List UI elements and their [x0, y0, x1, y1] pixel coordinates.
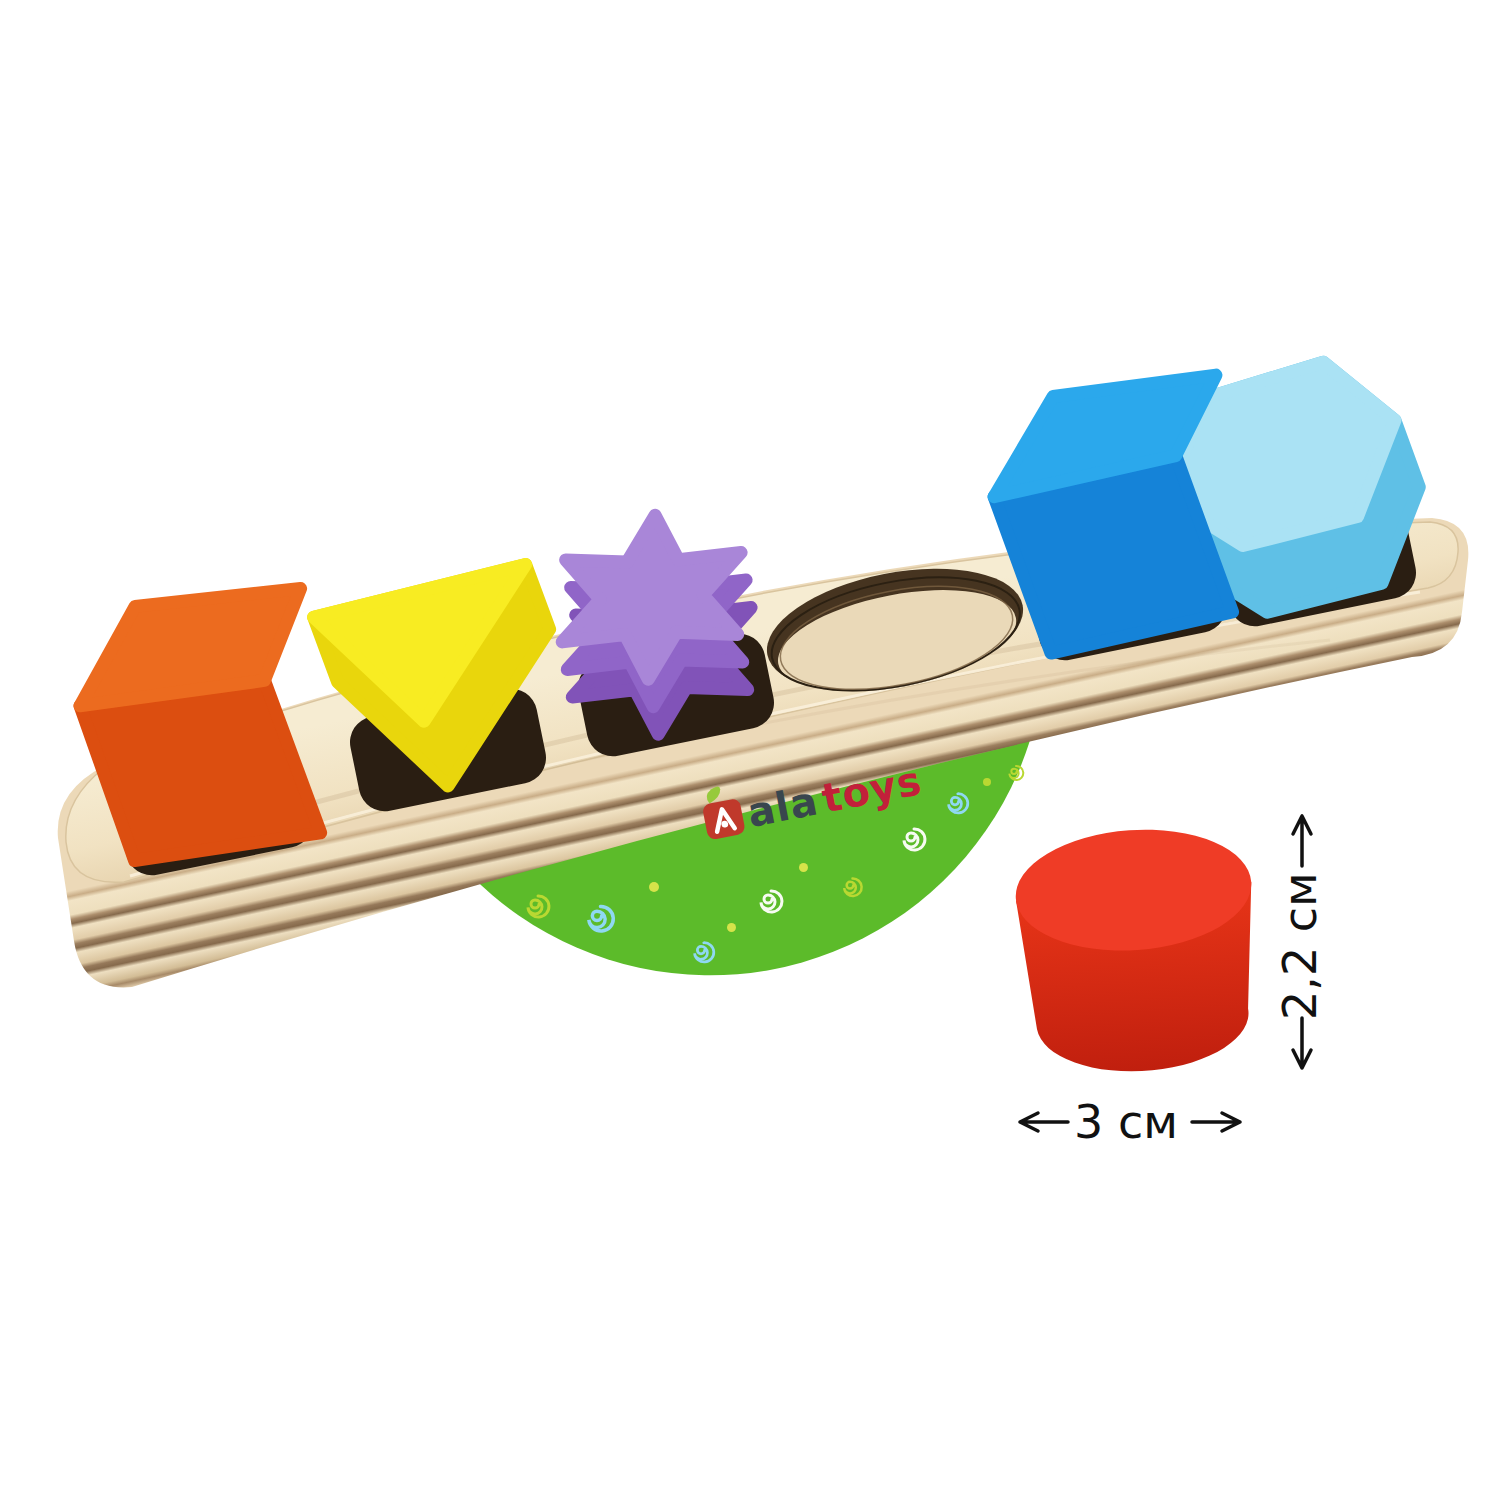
dot-decoration	[798, 858, 809, 877]
width-dimension-arrow-left	[1012, 1102, 1072, 1142]
arrow-left-icon	[1020, 1113, 1068, 1131]
swirl-decoration	[899, 826, 923, 854]
dot-decoration	[982, 772, 992, 791]
arrow-down-icon	[1293, 1018, 1311, 1068]
orange-cube-top-face	[64, 577, 315, 714]
width-dimension-label: 3 см	[1064, 1094, 1188, 1150]
arrow-right-icon	[1192, 1113, 1240, 1131]
width-dimension-arrow-right	[1188, 1102, 1248, 1142]
swirl-decoration	[690, 940, 712, 966]
height-dimension-label: 2,2 см	[1262, 872, 1338, 1020]
dot-decoration	[648, 878, 660, 897]
swirl-decoration	[840, 876, 860, 900]
blue-cube-top-face	[978, 367, 1230, 496]
swirl-decoration	[756, 888, 780, 916]
product-photo: alatoys 2,2 см 3 см	[0, 0, 1500, 1500]
swirl-decoration	[1006, 764, 1022, 784]
piece-red-cylinder	[1003, 818, 1272, 1091]
alatoys-logo-icon	[700, 795, 747, 842]
dot-decoration	[726, 918, 737, 937]
swirl-decoration	[523, 893, 547, 921]
swirl-decoration	[583, 903, 611, 935]
swirl-decoration	[944, 791, 966, 817]
arrow-up-icon	[1293, 816, 1311, 866]
